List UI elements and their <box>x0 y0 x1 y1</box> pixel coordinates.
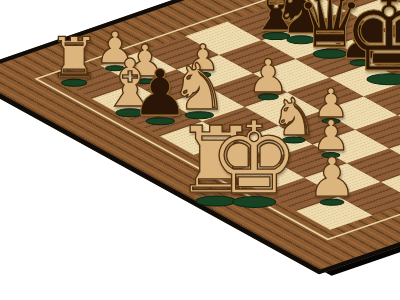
chess-board <box>58 0 400 230</box>
chess-photo-scene: ♝♞♛♟♟♟♚♟♜♟♝♞♟♟♞♟♜♚♟ <box>0 0 400 300</box>
